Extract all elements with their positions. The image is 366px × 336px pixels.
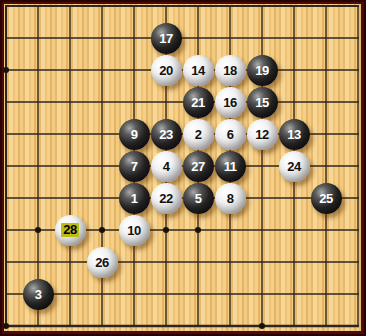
stone-black-5: 5: [183, 183, 214, 214]
move-number: 7: [131, 160, 138, 173]
intersection-4-11[interactable]: [86, 310, 118, 336]
intersection-5-2[interactable]: [118, 22, 150, 54]
intersection-8-3[interactable]: 18: [214, 54, 246, 86]
intersection-12-1[interactable]: [342, 0, 366, 22]
intersection-1-10[interactable]: [0, 278, 22, 310]
move-number: 23: [159, 128, 172, 141]
stone-white-4: 4: [151, 151, 182, 182]
move-number: 8: [227, 192, 234, 205]
intersection-5-8[interactable]: 10: [118, 214, 150, 246]
intersection-12-5[interactable]: [342, 118, 366, 150]
intersection-10-7[interactable]: [278, 182, 310, 214]
stone-white-12: 12: [247, 119, 278, 150]
intersection-9-2[interactable]: [246, 22, 278, 54]
intersection-7-6[interactable]: 27: [182, 150, 214, 182]
stone-black-17: 17: [151, 23, 182, 54]
intersection-8-8[interactable]: [214, 214, 246, 246]
stone-black-23: 23: [151, 119, 182, 150]
intersection-12-3[interactable]: [342, 54, 366, 86]
intersection-8-5[interactable]: 6: [214, 118, 246, 150]
point-marker: [3, 67, 9, 73]
stone-white-18: 18: [215, 55, 246, 86]
intersection-1-4[interactable]: [0, 86, 22, 118]
intersection-12-6[interactable]: [342, 150, 366, 182]
intersection-12-10[interactable]: [342, 278, 366, 310]
intersection-8-4[interactable]: 16: [214, 86, 246, 118]
intersection-1-5[interactable]: [0, 118, 22, 150]
stone-white-16: 16: [215, 87, 246, 118]
move-number: 3: [35, 288, 42, 301]
intersection-10-4[interactable]: [278, 86, 310, 118]
intersection-6-5[interactable]: 23: [150, 118, 182, 150]
intersection-2-7[interactable]: [22, 182, 54, 214]
point-marker: [163, 227, 169, 233]
move-number: 5: [195, 192, 202, 205]
stone-black-27: 27: [183, 151, 214, 182]
intersection-10-6[interactable]: 24: [278, 150, 310, 182]
intersection-7-3[interactable]: 14: [182, 54, 214, 86]
stone-white-28: 28: [55, 215, 86, 246]
intersection-11-6[interactable]: [310, 150, 342, 182]
intersection-2-2[interactable]: [22, 22, 54, 54]
intersection-1-8[interactable]: [0, 214, 22, 246]
intersection-9-4[interactable]: 15: [246, 86, 278, 118]
intersection-3-10[interactable]: [54, 278, 86, 310]
move-number: 2: [195, 128, 202, 141]
stone-black-11: 11: [215, 151, 246, 182]
intersection-11-9[interactable]: [310, 246, 342, 278]
move-number: 18: [223, 64, 236, 77]
move-number: 25: [319, 192, 332, 205]
intersection-9-11[interactable]: [246, 310, 278, 336]
intersection-7-7[interactable]: 5: [182, 182, 214, 214]
intersection-4-3[interactable]: [86, 54, 118, 86]
stone-black-9: 9: [119, 119, 150, 150]
intersection-9-8[interactable]: [246, 214, 278, 246]
intersection-1-9[interactable]: [0, 246, 22, 278]
intersection-8-9[interactable]: [214, 246, 246, 278]
intersection-11-2[interactable]: [310, 22, 342, 54]
stone-black-3: 3: [23, 279, 54, 310]
intersection-5-6[interactable]: 7: [118, 150, 150, 182]
intersection-4-7[interactable]: [86, 182, 118, 214]
intersection-11-8[interactable]: [310, 214, 342, 246]
stone-white-6: 6: [215, 119, 246, 150]
intersection-10-10[interactable]: [278, 278, 310, 310]
intersection-6-7[interactable]: 22: [150, 182, 182, 214]
stone-black-19: 19: [247, 55, 278, 86]
move-number: 4: [163, 160, 170, 173]
intersection-5-10[interactable]: [118, 278, 150, 310]
intersection-2-10[interactable]: 3: [22, 278, 54, 310]
move-number: 27: [191, 160, 204, 173]
intersection-4-5[interactable]: [86, 118, 118, 150]
intersection-1-1[interactable]: [0, 0, 22, 22]
stone-white-26: 26: [87, 247, 118, 278]
intersection-2-9[interactable]: [22, 246, 54, 278]
intersection-10-5[interactable]: 13: [278, 118, 310, 150]
intersection-4-6[interactable]: [86, 150, 118, 182]
intersection-6-9[interactable]: [150, 246, 182, 278]
intersection-5-5[interactable]: 9: [118, 118, 150, 150]
stone-white-20: 20: [151, 55, 182, 86]
intersection-9-1[interactable]: [246, 0, 278, 22]
intersection-7-1[interactable]: [182, 0, 214, 22]
intersection-4-2[interactable]: [86, 22, 118, 54]
intersection-7-11[interactable]: [182, 310, 214, 336]
intersection-3-1[interactable]: [54, 0, 86, 22]
point-marker: [259, 323, 265, 329]
intersection-8-10[interactable]: [214, 278, 246, 310]
stone-black-13: 13: [279, 119, 310, 150]
intersection-12-7[interactable]: [342, 182, 366, 214]
intersection-1-11[interactable]: [0, 310, 22, 336]
intersection-3-2[interactable]: [54, 22, 86, 54]
intersection-11-3[interactable]: [310, 54, 342, 86]
intersection-10-2[interactable]: [278, 22, 310, 54]
intersection-7-4[interactable]: 21: [182, 86, 214, 118]
intersection-3-8[interactable]: 28: [54, 214, 86, 246]
intersection-12-11[interactable]: [342, 310, 366, 336]
intersection-6-6[interactable]: 4: [150, 150, 182, 182]
move-number: 14: [191, 64, 204, 77]
intersection-4-9[interactable]: 26: [86, 246, 118, 278]
move-number: 21: [191, 96, 204, 109]
move-number: 10: [127, 224, 140, 237]
intersection-8-6[interactable]: 11: [214, 150, 246, 182]
intersection-8-2[interactable]: [214, 22, 246, 54]
intersection-6-2[interactable]: 17: [150, 22, 182, 54]
intersection-9-7[interactable]: [246, 182, 278, 214]
go-board-diagram: 1720141819211615923261213742711241225825…: [0, 0, 366, 336]
intersection-2-1[interactable]: [22, 0, 54, 22]
intersection-6-11[interactable]: [150, 310, 182, 336]
intersection-12-8[interactable]: [342, 214, 366, 246]
move-number: 16: [223, 96, 236, 109]
intersection-2-8[interactable]: [22, 214, 54, 246]
stone-black-25: 25: [311, 183, 342, 214]
move-number: 11: [224, 160, 237, 173]
intersection-2-11[interactable]: [22, 310, 54, 336]
intersection-12-9[interactable]: [342, 246, 366, 278]
intersection-6-4[interactable]: [150, 86, 182, 118]
point-marker: [35, 227, 41, 233]
intersection-7-9[interactable]: [182, 246, 214, 278]
intersection-3-3[interactable]: [54, 54, 86, 86]
intersection-1-7[interactable]: [0, 182, 22, 214]
intersection-1-3[interactable]: [0, 54, 22, 86]
point-marker: [3, 323, 9, 329]
stone-white-24: 24: [279, 151, 310, 182]
intersection-5-7[interactable]: 1: [118, 182, 150, 214]
move-number: 1: [131, 192, 138, 205]
intersection-6-10[interactable]: [150, 278, 182, 310]
last-move-number: 28: [61, 223, 78, 237]
intersection-11-1[interactable]: [310, 0, 342, 22]
move-number: 9: [131, 128, 138, 141]
move-number: 17: [159, 32, 172, 45]
intersection-7-10[interactable]: [182, 278, 214, 310]
intersection-2-3[interactable]: [22, 54, 54, 86]
intersection-10-11[interactable]: [278, 310, 310, 336]
stone-white-22: 22: [151, 183, 182, 214]
stone-white-2: 2: [183, 119, 214, 150]
intersection-9-6[interactable]: [246, 150, 278, 182]
intersection-2-4[interactable]: [22, 86, 54, 118]
intersection-3-7[interactable]: [54, 182, 86, 214]
intersection-8-11[interactable]: [214, 310, 246, 336]
stone-white-14: 14: [183, 55, 214, 86]
intersection-1-6[interactable]: [0, 150, 22, 182]
intersection-4-8[interactable]: [86, 214, 118, 246]
intersection-5-4[interactable]: [118, 86, 150, 118]
point-marker: [99, 227, 105, 233]
intersection-4-4[interactable]: [86, 86, 118, 118]
stone-black-21: 21: [183, 87, 214, 118]
intersection-12-2[interactable]: [342, 22, 366, 54]
stone-black-1: 1: [119, 183, 150, 214]
intersection-10-1[interactable]: [278, 0, 310, 22]
intersection-10-8[interactable]: [278, 214, 310, 246]
intersection-2-6[interactable]: [22, 150, 54, 182]
intersection-8-1[interactable]: [214, 0, 246, 22]
move-number: 13: [287, 128, 300, 141]
intersection-12-4[interactable]: [342, 86, 366, 118]
intersection-10-3[interactable]: [278, 54, 310, 86]
board-surface[interactable]: 1720141819211615923261213742711241225825…: [4, 4, 361, 331]
move-number: 20: [159, 64, 172, 77]
stone-black-7: 7: [119, 151, 150, 182]
stone-white-10: 10: [119, 215, 150, 246]
intersection-11-11[interactable]: [310, 310, 342, 336]
move-number: 6: [227, 128, 234, 141]
intersection-6-1[interactable]: [150, 0, 182, 22]
intersection-7-5[interactable]: 2: [182, 118, 214, 150]
intersection-2-5[interactable]: [22, 118, 54, 150]
intersection-3-6[interactable]: [54, 150, 86, 182]
intersection-4-10[interactable]: [86, 278, 118, 310]
intersection-5-1[interactable]: [118, 0, 150, 22]
intersection-9-10[interactable]: [246, 278, 278, 310]
move-number: 24: [287, 160, 300, 173]
intersection-1-2[interactable]: [0, 22, 22, 54]
intersection-11-4[interactable]: [310, 86, 342, 118]
point-marker: [195, 227, 201, 233]
intersection-4-1[interactable]: [86, 0, 118, 22]
intersection-6-3[interactable]: 20: [150, 54, 182, 86]
intersection-5-11[interactable]: [118, 310, 150, 336]
intersection-3-11[interactable]: [54, 310, 86, 336]
intersection-5-9[interactable]: [118, 246, 150, 278]
intersection-9-3[interactable]: 19: [246, 54, 278, 86]
intersection-5-3[interactable]: [118, 54, 150, 86]
intersection-3-5[interactable]: [54, 118, 86, 150]
intersection-9-5[interactable]: 12: [246, 118, 278, 150]
stone-black-15: 15: [247, 87, 278, 118]
move-number: 15: [255, 96, 268, 109]
intersection-11-7[interactable]: 25: [310, 182, 342, 214]
move-number: 12: [255, 128, 268, 141]
intersection-3-9[interactable]: [54, 246, 86, 278]
intersection-7-2[interactable]: [182, 22, 214, 54]
intersection-6-8[interactable]: [150, 214, 182, 246]
intersection-9-9[interactable]: [246, 246, 278, 278]
board-grid: 1720141819211615923261213742711241225825…: [0, 0, 366, 336]
intersection-8-7[interactable]: 8: [214, 182, 246, 214]
stone-white-8: 8: [215, 183, 246, 214]
move-number: 26: [95, 256, 108, 269]
intersection-7-8[interactable]: [182, 214, 214, 246]
move-number: 22: [159, 192, 172, 205]
intersection-11-5[interactable]: [310, 118, 342, 150]
move-number: 19: [255, 64, 268, 77]
intersection-3-4[interactable]: [54, 86, 86, 118]
intersection-11-10[interactable]: [310, 278, 342, 310]
intersection-10-9[interactable]: [278, 246, 310, 278]
